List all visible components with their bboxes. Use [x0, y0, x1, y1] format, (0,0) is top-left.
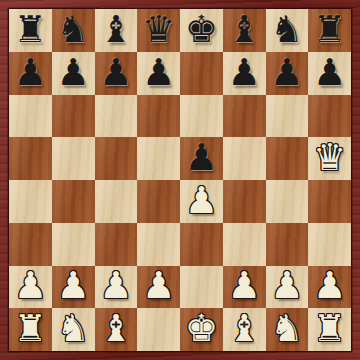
piece-white-queen: ♛ — [313, 139, 346, 176]
square-a4[interactable] — [9, 180, 52, 223]
square-g2[interactable]: ♟ — [266, 266, 309, 309]
square-h6[interactable] — [308, 95, 351, 138]
square-b3[interactable] — [52, 223, 95, 266]
square-c6[interactable] — [95, 95, 138, 138]
square-b2[interactable]: ♟ — [52, 266, 95, 309]
square-c2[interactable]: ♟ — [95, 266, 138, 309]
square-a7[interactable]: ♟ — [9, 52, 52, 95]
square-a8[interactable]: ♜ — [9, 9, 52, 52]
square-f2[interactable]: ♟ — [223, 266, 266, 309]
piece-black-pawn: ♟ — [57, 54, 90, 91]
square-c4[interactable] — [95, 180, 138, 223]
square-e2[interactable] — [180, 266, 223, 309]
piece-white-knight: ♞ — [270, 310, 303, 347]
square-c8[interactable]: ♝ — [95, 9, 138, 52]
square-f3[interactable] — [223, 223, 266, 266]
piece-white-rook: ♜ — [14, 310, 47, 347]
piece-white-rook: ♜ — [313, 310, 346, 347]
square-e1[interactable]: ♚ — [180, 308, 223, 351]
piece-black-king: ♚ — [185, 11, 218, 48]
piece-white-pawn: ♟ — [99, 267, 132, 304]
square-e5[interactable]: ♟ — [180, 137, 223, 180]
square-g1[interactable]: ♞ — [266, 308, 309, 351]
square-h2[interactable]: ♟ — [308, 266, 351, 309]
piece-white-pawn: ♟ — [14, 267, 47, 304]
piece-white-knight: ♞ — [57, 310, 90, 347]
square-e6[interactable] — [180, 95, 223, 138]
square-d3[interactable] — [137, 223, 180, 266]
square-h7[interactable]: ♟ — [308, 52, 351, 95]
piece-black-bishop: ♝ — [99, 11, 132, 48]
piece-black-pawn: ♟ — [313, 54, 346, 91]
square-b8[interactable]: ♞ — [52, 9, 95, 52]
square-d7[interactable]: ♟ — [137, 52, 180, 95]
square-f5[interactable] — [223, 137, 266, 180]
piece-black-bishop: ♝ — [228, 11, 261, 48]
square-f6[interactable] — [223, 95, 266, 138]
square-g3[interactable] — [266, 223, 309, 266]
square-b5[interactable] — [52, 137, 95, 180]
square-d5[interactable] — [137, 137, 180, 180]
square-d1[interactable] — [137, 308, 180, 351]
square-b1[interactable]: ♞ — [52, 308, 95, 351]
square-h4[interactable] — [308, 180, 351, 223]
square-f4[interactable] — [223, 180, 266, 223]
piece-white-pawn: ♟ — [228, 267, 261, 304]
square-e7[interactable] — [180, 52, 223, 95]
piece-white-bishop: ♝ — [99, 310, 132, 347]
square-e3[interactable] — [180, 223, 223, 266]
square-g5[interactable] — [266, 137, 309, 180]
square-h8[interactable]: ♜ — [308, 9, 351, 52]
square-e8[interactable]: ♚ — [180, 9, 223, 52]
square-a2[interactable]: ♟ — [9, 266, 52, 309]
piece-black-rook: ♜ — [313, 11, 346, 48]
piece-black-pawn: ♟ — [228, 54, 261, 91]
square-f1[interactable]: ♝ — [223, 308, 266, 351]
piece-black-pawn: ♟ — [14, 54, 47, 91]
square-f7[interactable]: ♟ — [223, 52, 266, 95]
square-b4[interactable] — [52, 180, 95, 223]
square-b7[interactable]: ♟ — [52, 52, 95, 95]
square-e4[interactable]: ♟ — [180, 180, 223, 223]
piece-white-pawn: ♟ — [270, 267, 303, 304]
square-d2[interactable]: ♟ — [137, 266, 180, 309]
square-b6[interactable] — [52, 95, 95, 138]
square-d6[interactable] — [137, 95, 180, 138]
piece-black-pawn: ♟ — [185, 139, 218, 176]
square-d4[interactable] — [137, 180, 180, 223]
square-a5[interactable] — [9, 137, 52, 180]
piece-white-king: ♚ — [185, 310, 218, 347]
square-c3[interactable] — [95, 223, 138, 266]
piece-black-queen: ♛ — [142, 11, 175, 48]
square-g8[interactable]: ♞ — [266, 9, 309, 52]
square-d8[interactable]: ♛ — [137, 9, 180, 52]
square-g7[interactable]: ♟ — [266, 52, 309, 95]
piece-white-pawn: ♟ — [313, 267, 346, 304]
square-c7[interactable]: ♟ — [95, 52, 138, 95]
chess-board: ♜♞♝♛♚♝♞♜♟♟♟♟♟♟♟♟♛♟♟♟♟♟♟♟♟♜♞♝♚♝♞♜ — [9, 9, 351, 351]
piece-black-pawn: ♟ — [99, 54, 132, 91]
piece-black-knight: ♞ — [270, 11, 303, 48]
piece-black-rook: ♜ — [14, 11, 47, 48]
square-h5[interactable]: ♛ — [308, 137, 351, 180]
square-f8[interactable]: ♝ — [223, 9, 266, 52]
square-g4[interactable] — [266, 180, 309, 223]
piece-white-pawn: ♟ — [57, 267, 90, 304]
square-a6[interactable] — [9, 95, 52, 138]
piece-black-pawn: ♟ — [270, 54, 303, 91]
square-g6[interactable] — [266, 95, 309, 138]
piece-white-bishop: ♝ — [228, 310, 261, 347]
square-h1[interactable]: ♜ — [308, 308, 351, 351]
square-a1[interactable]: ♜ — [9, 308, 52, 351]
square-h3[interactable] — [308, 223, 351, 266]
board-frame: ♜♞♝♛♚♝♞♜♟♟♟♟♟♟♟♟♛♟♟♟♟♟♟♟♟♜♞♝♚♝♞♜ — [0, 0, 360, 360]
piece-black-knight: ♞ — [57, 11, 90, 48]
square-c1[interactable]: ♝ — [95, 308, 138, 351]
square-a3[interactable] — [9, 223, 52, 266]
square-c5[interactable] — [95, 137, 138, 180]
piece-white-pawn: ♟ — [185, 182, 218, 219]
piece-white-pawn: ♟ — [142, 267, 175, 304]
piece-black-pawn: ♟ — [142, 54, 175, 91]
